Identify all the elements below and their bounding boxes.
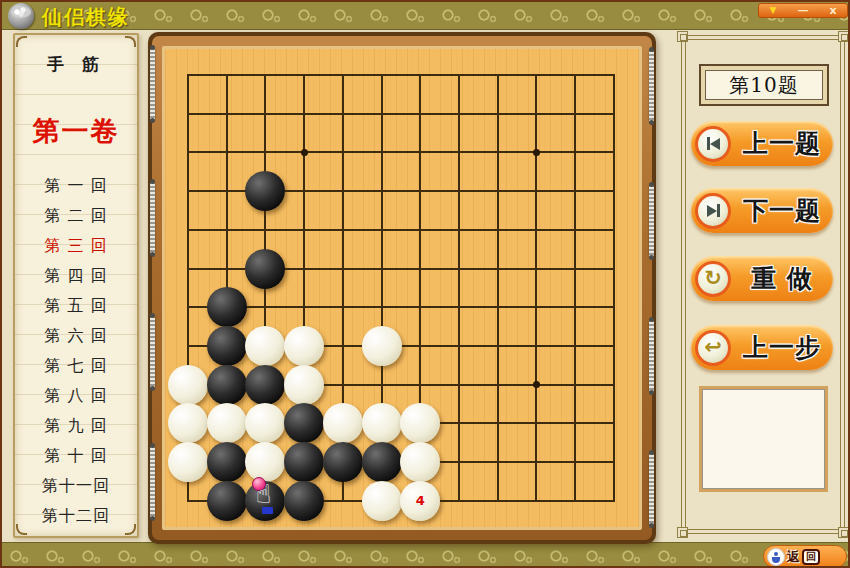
star-point	[533, 149, 540, 156]
chapter-item[interactable]: 第 九 回	[15, 411, 137, 441]
frame-corner-knot	[838, 527, 849, 538]
white-stone	[400, 403, 440, 443]
black-stone	[362, 442, 402, 482]
chapter-item[interactable]: 第 七 回	[15, 351, 137, 381]
frame-corner-knot	[838, 31, 849, 42]
menu-dropdown-button[interactable]: ▼	[769, 4, 776, 17]
binding-coil	[150, 316, 155, 388]
black-stone	[284, 481, 324, 521]
title-bar: 仙侣棋缘 ▼ — x	[2, 2, 850, 30]
answer-display-box	[699, 386, 828, 492]
chapter-panel: 手 筋 第一卷 第 一 回第 二 回第 三 回第 四 回第 五 回第 六 回第 …	[13, 33, 139, 538]
undo-glyph: ↩	[704, 337, 722, 358]
window-controls: ▼ — x	[758, 3, 848, 18]
move-number-label: 4	[400, 481, 440, 521]
bottom-bar	[2, 542, 850, 568]
star-point	[301, 149, 308, 156]
white-stone	[323, 403, 363, 443]
black-stone	[284, 403, 324, 443]
skip-triangle	[710, 138, 720, 150]
go-stones-in-bowl	[11, 6, 31, 18]
category-title: 手 筋	[15, 53, 137, 76]
grid-line-horizontal	[187, 74, 615, 76]
go-bowl-icon	[8, 3, 34, 29]
white-stone	[400, 442, 440, 482]
star-point	[533, 381, 540, 388]
black-stone	[207, 326, 247, 366]
white-stone	[362, 403, 402, 443]
black-stone	[284, 442, 324, 482]
grid-line-horizontal	[187, 151, 615, 153]
close-button[interactable]: x	[829, 4, 836, 17]
problem-number-box: 第10题	[699, 64, 829, 106]
redo-label: 重 做	[731, 262, 833, 295]
chapter-item[interactable]: 第 一 回	[15, 171, 137, 201]
goban-surface[interactable]: 4☝	[165, 49, 639, 527]
undo-arrow-icon: ↩	[695, 330, 731, 366]
grid-line-horizontal	[187, 113, 615, 115]
chapter-item[interactable]: 第 三 回	[15, 231, 137, 261]
refresh-glyph: ↻	[704, 268, 722, 289]
skip-prev-icon	[695, 126, 731, 162]
black-stone	[245, 249, 285, 289]
binding-coil	[150, 182, 155, 254]
scroll-corner-ornament	[16, 36, 27, 47]
black-stone	[245, 365, 285, 405]
hand-cursor: ☝	[252, 477, 282, 515]
scroll-corner-ornament	[125, 36, 136, 47]
black-stone	[207, 365, 247, 405]
grid-line-vertical	[458, 74, 460, 502]
white-stone	[245, 403, 285, 443]
chapter-item[interactable]: 第 十 回	[15, 441, 137, 471]
app-window: 仙侣棋缘 ▼ — x 手 筋 第一卷 第 一 回第 二 回第 三 回第 四 回第…	[0, 0, 850, 568]
chapter-item[interactable]: 第 四 回	[15, 261, 137, 291]
grid-line-vertical	[574, 74, 576, 502]
grid-line-horizontal	[187, 229, 615, 231]
cursor-cuff	[262, 507, 273, 514]
skip-triangle	[707, 205, 717, 217]
undo-step-label: 上一步	[731, 331, 833, 364]
back-label-char1: 返	[787, 548, 800, 566]
chapter-item[interactable]: 第 五 回	[15, 291, 137, 321]
frame-corner-knot	[677, 527, 688, 538]
binding-coil	[649, 185, 654, 257]
redo-button[interactable]: ↻ 重 做	[691, 256, 833, 301]
back-button-icon	[767, 548, 785, 566]
board-bevel: 4☝	[162, 46, 642, 530]
binding-coil	[649, 320, 654, 392]
black-stone	[245, 171, 285, 211]
binding-coil	[150, 446, 155, 518]
white-stone	[362, 481, 402, 521]
go-board: 4☝	[148, 32, 656, 544]
binding-coil	[649, 453, 654, 525]
black-stone	[323, 442, 363, 482]
grid-line-horizontal	[187, 306, 615, 308]
goban-grid: 4☝	[165, 49, 639, 527]
white-stone	[168, 442, 208, 482]
binding-coil	[649, 50, 654, 122]
grid-line-vertical	[497, 74, 499, 502]
skip-bar	[717, 204, 720, 217]
black-stone	[207, 287, 247, 327]
white-stone	[168, 403, 208, 443]
redo-refresh-icon: ↻	[695, 261, 731, 297]
undo-step-button[interactable]: ↩ 上一步	[691, 325, 833, 370]
problem-number-label: 第10题	[705, 70, 823, 100]
black-stone	[207, 442, 247, 482]
chapter-item[interactable]: 第 八 回	[15, 381, 137, 411]
icon-bowl	[772, 557, 780, 563]
white-stone	[284, 326, 324, 366]
icon-dot	[774, 552, 778, 556]
volume-title: 第一卷	[15, 113, 137, 149]
prev-problem-label: 上一题	[731, 127, 833, 160]
chapter-item[interactable]: 第 二 回	[15, 201, 137, 231]
white-stone	[284, 365, 324, 405]
board-frame: 4☝	[152, 36, 652, 540]
black-stone	[207, 481, 247, 521]
prev-problem-button[interactable]: 上一题	[691, 121, 833, 166]
white-stone	[362, 326, 402, 366]
white-stone	[245, 326, 285, 366]
back-button[interactable]: 返 回	[763, 545, 847, 568]
window-title: 仙侣棋缘	[42, 4, 130, 31]
binding-coil	[150, 48, 155, 120]
pointing-hand-glyph: ☝	[255, 479, 271, 509]
white-stone	[207, 403, 247, 443]
minimize-button[interactable]: —	[797, 4, 808, 17]
next-problem-button[interactable]: 下一题	[691, 188, 833, 233]
chapter-list: 第 一 回第 二 回第 三 回第 四 回第 五 回第 六 回第 七 回第 八 回…	[15, 171, 137, 531]
white-stone	[168, 365, 208, 405]
grid-line-vertical	[613, 74, 615, 502]
grid-line-vertical	[535, 74, 537, 502]
next-problem-label: 下一题	[731, 194, 833, 227]
back-label-char2: 回	[802, 549, 820, 565]
skip-next-icon	[695, 193, 731, 229]
chapter-item[interactable]: 第十一回	[15, 471, 137, 501]
frame-corner-knot	[677, 31, 688, 42]
chapter-item[interactable]: 第 六 回	[15, 321, 137, 351]
chapter-item[interactable]: 第十二回	[15, 501, 137, 531]
